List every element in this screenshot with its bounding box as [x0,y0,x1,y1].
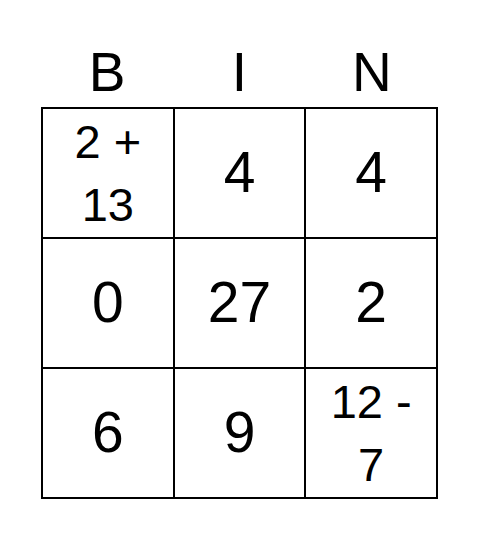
bingo-card: B I N 2 + 13 4 4 0 27 2 6 9 12 - 7 [0,0,479,544]
bingo-cell-r3c1[interactable]: 6 [43,369,175,499]
bingo-cell-r2c2[interactable]: 27 [175,239,307,369]
column-header-n: N [306,41,438,104]
bingo-cell-r2c3[interactable]: 2 [306,239,438,369]
column-header-i: I [173,41,305,104]
bingo-cell-r1c1[interactable]: 2 + 13 [43,109,175,239]
bingo-cell-r2c1[interactable]: 0 [43,239,175,369]
bingo-board: 2 + 13 4 4 0 27 2 6 9 12 - 7 [41,107,438,499]
bingo-cell-r3c2[interactable]: 9 [175,369,307,499]
bingo-cell-r1c3[interactable]: 4 [306,109,438,239]
column-header-b: B [41,41,173,104]
column-headers: B I N [41,0,438,107]
bingo-cell-r1c2[interactable]: 4 [175,109,307,239]
bingo-cell-r3c3[interactable]: 12 - 7 [306,369,438,499]
